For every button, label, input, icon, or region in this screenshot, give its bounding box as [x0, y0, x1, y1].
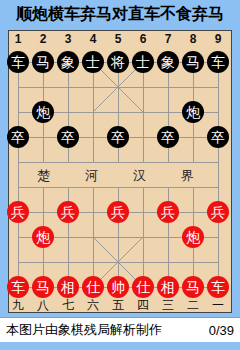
- piece-black-elephant[interactable]: 象: [57, 51, 79, 73]
- board-cell: [31, 150, 56, 175]
- piece-red-elephant[interactable]: 相: [57, 276, 79, 298]
- board-cell: 卒: [6, 125, 31, 150]
- board-cell: 卒: [106, 125, 131, 150]
- piece-black-elephant[interactable]: 象: [157, 51, 179, 73]
- board-cell: [156, 175, 181, 200]
- rank-label: 一: [206, 297, 231, 314]
- board-cell: [206, 75, 231, 100]
- board-cell: 相: [56, 275, 81, 300]
- board-cell: [81, 250, 106, 275]
- board-cell: 卒: [206, 125, 231, 150]
- board-cell: 仕: [81, 275, 106, 300]
- file-label: 9: [206, 32, 231, 46]
- board-cell: 卒: [56, 125, 81, 150]
- board-cell: 兵: [156, 200, 181, 225]
- board-cell: 兵: [106, 200, 131, 225]
- board-cell: 士: [131, 50, 156, 75]
- board-cell: 兵: [206, 200, 231, 225]
- piece-red-horse[interactable]: 马: [32, 276, 54, 298]
- piece-black-horse[interactable]: 马: [182, 51, 204, 73]
- board-cell: 仕: [131, 275, 156, 300]
- board-cell: [81, 225, 106, 250]
- piece-red-soldier[interactable]: 兵: [107, 201, 129, 223]
- board-cell: [206, 250, 231, 275]
- board-cell: [6, 150, 31, 175]
- board-cell: [56, 225, 81, 250]
- rank-label: 七: [56, 297, 81, 314]
- piece-black-soldier[interactable]: 卒: [207, 126, 229, 148]
- board-cell: [56, 100, 81, 125]
- piece-black-advisor[interactable]: 士: [82, 51, 104, 73]
- board-cell: [156, 150, 181, 175]
- board-cell: [106, 75, 131, 100]
- board-cell: 车: [206, 50, 231, 75]
- piece-red-advisor[interactable]: 仕: [82, 276, 104, 298]
- board-cell: [206, 175, 231, 200]
- board-cell: [31, 75, 56, 100]
- board-cell: [81, 175, 106, 200]
- piece-red-elephant[interactable]: 相: [157, 276, 179, 298]
- piece-black-horse[interactable]: 马: [32, 51, 54, 73]
- board-cell: [131, 150, 156, 175]
- board-cell: [31, 175, 56, 200]
- board-cell: 兵: [6, 200, 31, 225]
- move-counter: 0/39: [209, 323, 234, 338]
- board-cell: [181, 250, 206, 275]
- board-cell: [181, 75, 206, 100]
- board-cell: [206, 225, 231, 250]
- piece-red-soldier[interactable]: 兵: [7, 201, 29, 223]
- piece-red-soldier[interactable]: 兵: [207, 201, 229, 223]
- piece-black-advisor[interactable]: 士: [132, 51, 154, 73]
- piece-black-chariot[interactable]: 车: [7, 51, 29, 73]
- board-cell: [106, 175, 131, 200]
- rank-label: 二: [181, 297, 206, 314]
- board-cell: [56, 250, 81, 275]
- piece-red-horse[interactable]: 马: [182, 276, 204, 298]
- footer-bar: 本图片由象棋残局解析制作 0/39: [0, 317, 240, 342]
- board-cell: [206, 150, 231, 175]
- page-title: 顺炮横车弃马对直车不食弃马: [0, 0, 240, 29]
- piece-red-soldier[interactable]: 兵: [57, 201, 79, 223]
- piece-black-soldier[interactable]: 卒: [157, 126, 179, 148]
- piece-black-soldier[interactable]: 卒: [107, 126, 129, 148]
- board-cell: [181, 150, 206, 175]
- piece-red-cannon[interactable]: 炮: [182, 226, 204, 248]
- board-cell: 卒: [156, 125, 181, 150]
- board-cell: 车: [206, 275, 231, 300]
- board-cell: [31, 200, 56, 225]
- file-label: 8: [181, 32, 206, 46]
- board-cell: [156, 100, 181, 125]
- board-cell: [131, 75, 156, 100]
- board-cell: [131, 175, 156, 200]
- board-cell: [81, 75, 106, 100]
- board-cell: [81, 100, 106, 125]
- piece-red-chariot[interactable]: 车: [7, 276, 29, 298]
- board-cell: [56, 175, 81, 200]
- board-cell: 炮: [31, 225, 56, 250]
- board-cell: [156, 225, 181, 250]
- board-cell: 象: [156, 50, 181, 75]
- file-labels-top: 123456789: [6, 32, 231, 46]
- file-label: 4: [81, 32, 106, 46]
- piece-black-cannon[interactable]: 炮: [32, 101, 54, 123]
- board-cell: 炮: [181, 225, 206, 250]
- board-cell: [181, 175, 206, 200]
- rank-label: 九: [6, 297, 31, 314]
- board-cell: [131, 200, 156, 225]
- board-cell: [6, 100, 31, 125]
- rank-label: 六: [81, 297, 106, 314]
- board-cell: [81, 150, 106, 175]
- piece-red-soldier[interactable]: 兵: [157, 201, 179, 223]
- board-cell: [6, 75, 31, 100]
- piece-black-soldier[interactable]: 卒: [57, 126, 79, 148]
- board-cell: [106, 100, 131, 125]
- board-cell: 帅: [106, 275, 131, 300]
- xiangqi-viewer: 顺炮横车弃马对直车不食弃马: [0, 0, 240, 350]
- xiangqi-board[interactable]: 123456789 楚河汉界 车马象士将士象马车炮炮卒卒卒卒卒兵兵兵兵兵炮炮车马…: [8, 30, 232, 313]
- board-cell: [81, 200, 106, 225]
- board-cell: 车: [6, 50, 31, 75]
- board-cell: [6, 250, 31, 275]
- piece-black-general[interactable]: 将: [107, 51, 129, 73]
- board-cell: [106, 225, 131, 250]
- piece-black-soldier[interactable]: 卒: [7, 126, 29, 148]
- rank-label: 八: [31, 297, 56, 314]
- file-label: 1: [6, 32, 31, 46]
- board-cell: [156, 75, 181, 100]
- file-label: 7: [156, 32, 181, 46]
- board-cell: [106, 250, 131, 275]
- board-cell: 炮: [31, 100, 56, 125]
- board-cell: [56, 150, 81, 175]
- credit-text: 本图片由象棋残局解析制作: [6, 321, 162, 339]
- piece-red-chariot[interactable]: 车: [207, 276, 229, 298]
- board-cell: 马: [31, 275, 56, 300]
- board-cell: [206, 100, 231, 125]
- board-cell: [181, 200, 206, 225]
- file-labels-bottom: 九八七六五四三二一: [6, 297, 231, 311]
- board-cell: [181, 125, 206, 150]
- board-cell: 将: [106, 50, 131, 75]
- board-cell: [31, 250, 56, 275]
- rank-label: 三: [156, 297, 181, 314]
- board-cell: 兵: [56, 200, 81, 225]
- board-cell: 马: [181, 50, 206, 75]
- board-cell: [6, 225, 31, 250]
- piece-red-cannon[interactable]: 炮: [32, 226, 54, 248]
- file-label: 2: [31, 32, 56, 46]
- board-cell: [131, 125, 156, 150]
- board-cell: [6, 175, 31, 200]
- piece-grid: 车马象士将士象马车炮炮卒卒卒卒卒兵兵兵兵兵炮炮车马相仕帅仕相马车: [6, 50, 231, 300]
- board-cell: [131, 250, 156, 275]
- rank-label: 四: [131, 297, 156, 314]
- file-label: 5: [106, 32, 131, 46]
- board-cell: 车: [6, 275, 31, 300]
- board-cell: [106, 150, 131, 175]
- board-cell: [131, 225, 156, 250]
- board-cell: [81, 125, 106, 150]
- piece-red-advisor[interactable]: 仕: [132, 276, 154, 298]
- board-cell: 象: [56, 50, 81, 75]
- board-cell: [31, 125, 56, 150]
- rank-label: 五: [106, 297, 131, 314]
- board-cell: 士: [81, 50, 106, 75]
- board-cell: 炮: [181, 100, 206, 125]
- piece-black-cannon[interactable]: 炮: [182, 101, 204, 123]
- board-cell: 马: [181, 275, 206, 300]
- board-cell: 相: [156, 275, 181, 300]
- file-label: 6: [131, 32, 156, 46]
- piece-black-chariot[interactable]: 车: [207, 51, 229, 73]
- piece-red-general[interactable]: 帅: [107, 276, 129, 298]
- file-label: 3: [56, 32, 81, 46]
- board-cell: [56, 75, 81, 100]
- board-cell: [156, 250, 181, 275]
- board-cell: 马: [31, 50, 56, 75]
- board-cell: [131, 100, 156, 125]
